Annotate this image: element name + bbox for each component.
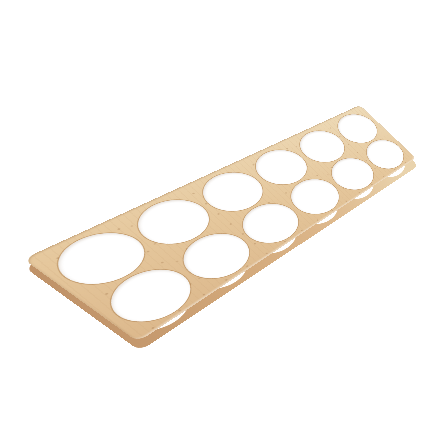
product-photo-canvas [0, 0, 440, 440]
